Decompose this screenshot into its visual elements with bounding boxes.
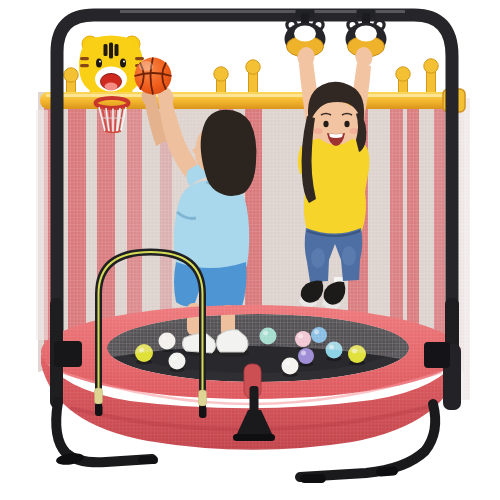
rail-post-ball [246,60,260,74]
girl-eye [344,121,349,127]
basketball [135,58,172,95]
girl-blush [350,128,359,134]
rail-post-ball [396,67,410,81]
trampoline-scene [0,0,500,500]
product-photo-stage [0,0,500,500]
girl-jeans-knee [311,248,325,268]
right-foot-pad [376,466,399,477]
ring-hole [294,26,316,42]
girl-blush [314,128,323,134]
basketball-highlight [139,61,153,71]
tiger-forehead-stripe [104,44,108,56]
tiger-cheek-stripe [80,64,89,67]
arch-tip-cap [199,406,207,418]
play-ball [282,358,299,375]
arch-ferrule [95,388,103,404]
boy-hair [201,110,257,196]
arch-tip-cap [95,404,103,416]
tiger-eye-highlight [123,61,125,63]
right-foot-pad [300,474,326,483]
tiger-forehead-stripe [115,44,119,56]
girl-jeans-knee [342,246,356,266]
center-foot-base [233,434,275,441]
tiger-eye-right [120,58,126,67]
tiger-tongue [105,83,118,91]
play-ball [298,348,314,364]
ball-highlight [301,351,306,356]
ring-hole [355,26,377,42]
tiger-eye-left [96,58,102,67]
tiger-forehead-stripe [109,43,113,59]
right-pole-bracket [424,342,450,368]
net-edge-left [36,110,48,340]
rail-post-ball [214,67,228,81]
left-pole-bracket [54,341,82,367]
ball-highlight [285,361,290,366]
girl-eye [323,121,328,127]
tiger-cheek-stripe [135,57,144,60]
boy-shorts [174,262,247,309]
rail-post-ball [424,59,438,73]
rail-post-ball [64,68,78,82]
play-ball [169,353,186,370]
arch-ferrule [199,390,207,406]
left-foot-pad [138,456,158,464]
tiger-eye-highlight [99,61,101,63]
tiger-cheek-stripe [80,57,89,60]
ball-highlight [172,356,177,361]
